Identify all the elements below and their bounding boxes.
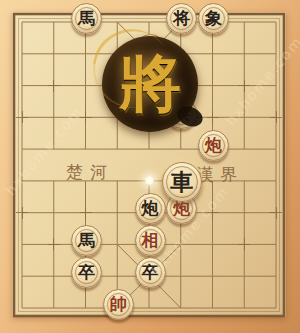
piece-character: 象 bbox=[205, 10, 222, 27]
board-point-mark bbox=[270, 207, 282, 219]
piece-black-馬[interactable]: 馬 bbox=[71, 225, 102, 256]
board-point-mark bbox=[238, 80, 250, 92]
river-label-chu-he: 楚河 bbox=[66, 161, 114, 184]
piece-character: 卒 bbox=[78, 264, 95, 281]
board-point-mark bbox=[16, 111, 28, 123]
piece-character: 馬 bbox=[78, 10, 95, 27]
piece-red-炮[interactable]: 炮 bbox=[198, 130, 229, 161]
piece-black-卒[interactable]: 卒 bbox=[71, 257, 102, 288]
piece-character: 相 bbox=[142, 232, 159, 249]
piece-character: 卒 bbox=[142, 264, 159, 281]
board-point-mark bbox=[238, 238, 250, 250]
board-point-mark bbox=[80, 111, 92, 123]
xiangqi-board: 楚河 漢界 馬将象車兵炮車炮炮馬相卒卒帥 將 hxhome.com hxhome… bbox=[0, 0, 300, 333]
board-point-mark bbox=[48, 238, 60, 250]
board-point-mark bbox=[207, 111, 219, 123]
board-point-mark bbox=[207, 207, 219, 219]
board-point-mark bbox=[80, 207, 92, 219]
piece-red-帥[interactable]: 帥 bbox=[103, 289, 134, 320]
board-point-mark bbox=[48, 80, 60, 92]
piece-black-卒[interactable]: 卒 bbox=[135, 257, 166, 288]
piece-black-炮[interactable]: 炮 bbox=[135, 193, 166, 224]
river-label-han-jie: 漢界 bbox=[196, 163, 244, 186]
piece-character: 帥 bbox=[110, 296, 127, 313]
piece-character: 炮 bbox=[205, 137, 222, 154]
piece-black-象[interactable]: 象 bbox=[198, 3, 229, 34]
piece-black-将[interactable]: 将 bbox=[166, 3, 197, 34]
board-point-mark bbox=[270, 111, 282, 123]
board-point-mark bbox=[16, 207, 28, 219]
logo-general-character: 將 bbox=[119, 42, 181, 126]
piece-character: 将 bbox=[173, 10, 190, 27]
move-indicator-dot[interactable] bbox=[145, 176, 154, 185]
piece-red-相[interactable]: 相 bbox=[135, 225, 166, 256]
piece-character: 炮 bbox=[173, 200, 190, 217]
piece-black-馬[interactable]: 馬 bbox=[71, 3, 102, 34]
piece-character: 車 bbox=[170, 170, 193, 193]
piece-black-車-selected[interactable]: 車 bbox=[162, 162, 202, 202]
piece-character: 炮 bbox=[142, 200, 159, 217]
app-logo-stamp: 將 bbox=[102, 36, 198, 132]
piece-character: 馬 bbox=[78, 232, 95, 249]
